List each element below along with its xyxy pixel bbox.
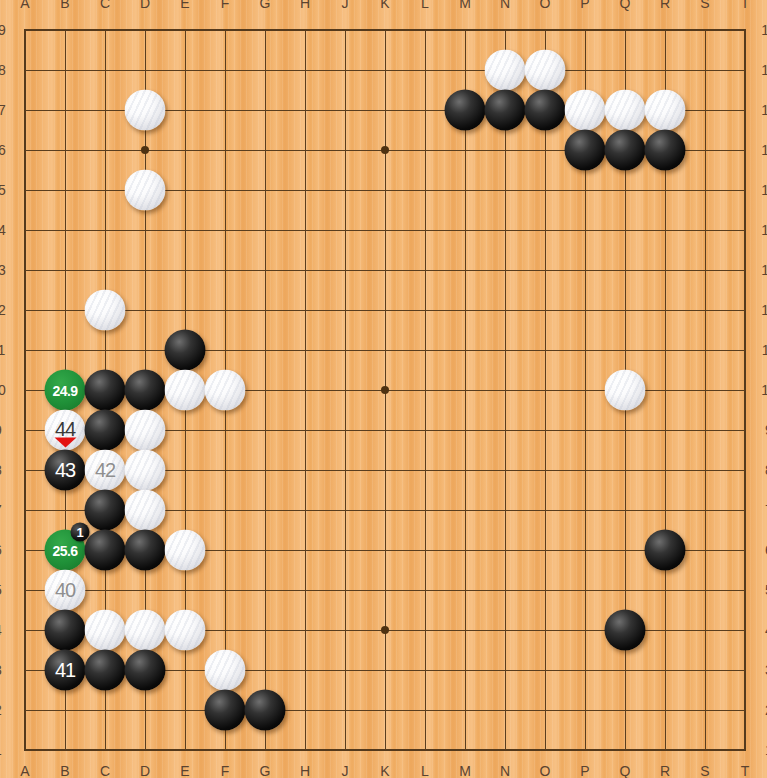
- coord-label-top: F: [221, 0, 230, 11]
- coord-label-right: 10: [761, 382, 767, 398]
- black-stone-c7[interactable]: [85, 490, 126, 531]
- coord-label-right: 18: [761, 62, 767, 78]
- coord-label-top: R: [660, 0, 670, 11]
- white-stone-b9[interactable]: 44: [45, 410, 86, 451]
- coord-label-bottom: C: [100, 763, 110, 778]
- coord-label-bottom: D: [140, 763, 150, 778]
- grid-line-vertical: [465, 30, 466, 750]
- white-stone-r17[interactable]: [645, 90, 686, 131]
- white-stone-d8[interactable]: [125, 450, 166, 491]
- coord-label-left: 12: [0, 302, 6, 318]
- coord-label-left: 16: [0, 142, 6, 158]
- stone-label: 43: [45, 450, 86, 491]
- white-stone-n18[interactable]: [485, 50, 526, 91]
- coord-label-right: 13: [761, 262, 767, 278]
- coord-label-left: 10: [0, 382, 6, 398]
- coord-label-top: S: [700, 0, 709, 11]
- coord-label-left: 2: [0, 702, 2, 718]
- red-triangle-marker-icon: [54, 438, 76, 448]
- go-board-screen: AABBCCDDEEFFGGHHJJKKLLMMNNOOPPQQRRSSTT19…: [0, 0, 767, 778]
- coord-label-left: 9: [0, 422, 2, 438]
- coord-label-left: 13: [0, 262, 6, 278]
- white-stone-b5[interactable]: 40: [45, 570, 86, 611]
- black-stone-b4[interactable]: [45, 610, 86, 651]
- black-stone-n17[interactable]: [485, 90, 526, 131]
- coord-label-top: O: [540, 0, 551, 11]
- coord-label-left: 19: [0, 22, 6, 38]
- white-stone-d9[interactable]: [125, 410, 166, 451]
- coord-label-top: Q: [620, 0, 631, 11]
- stone-label: 41: [45, 650, 86, 691]
- grid-line-vertical: [705, 30, 706, 750]
- coord-label-left: 6: [0, 542, 2, 558]
- coord-label-left: 11: [0, 342, 5, 358]
- coord-label-top: D: [140, 0, 150, 11]
- coord-label-left: 17: [0, 102, 6, 118]
- coord-label-left: 3: [0, 662, 2, 678]
- hoshi-point: [141, 146, 149, 154]
- hoshi-point: [381, 626, 389, 634]
- white-stone-c4[interactable]: [85, 610, 126, 651]
- black-stone-r6[interactable]: [645, 530, 686, 571]
- coord-label-top: L: [421, 0, 429, 11]
- hoshi-point: [381, 146, 389, 154]
- coord-label-bottom: T: [741, 763, 750, 778]
- coord-label-bottom: G: [260, 763, 271, 778]
- coord-label-left: 18: [0, 62, 6, 78]
- black-stone-b8[interactable]: 43: [45, 450, 86, 491]
- black-stone-f2[interactable]: [205, 690, 246, 731]
- grid-line-horizontal: [25, 710, 745, 711]
- coord-label-top: N: [500, 0, 510, 11]
- black-stone-e11[interactable]: [165, 330, 206, 371]
- white-stone-e4[interactable]: [165, 610, 206, 651]
- grid-line-vertical: [505, 30, 506, 750]
- coord-label-bottom: M: [459, 763, 471, 778]
- black-stone-c9[interactable]: [85, 410, 126, 451]
- white-stone-o18[interactable]: [525, 50, 566, 91]
- coord-label-top: C: [100, 0, 110, 11]
- coord-label-bottom: E: [180, 763, 189, 778]
- coord-label-bottom: H: [300, 763, 310, 778]
- coord-label-right: 12: [761, 302, 767, 318]
- white-stone-e6[interactable]: [165, 530, 206, 571]
- coord-label-bottom: L: [421, 763, 429, 778]
- coord-label-bottom: R: [660, 763, 670, 778]
- hoshi-point: [381, 386, 389, 394]
- coord-label-bottom: B: [60, 763, 69, 778]
- coord-label-right: 14: [761, 222, 767, 238]
- coord-label-top: M: [459, 0, 471, 11]
- coord-label-top: B: [60, 0, 69, 11]
- coord-label-left: 5: [0, 582, 2, 598]
- white-stone-f3[interactable]: [205, 650, 246, 691]
- black-stone-m17[interactable]: [445, 90, 486, 131]
- stone-label: 24.9: [45, 371, 86, 412]
- grid-line-vertical: [425, 30, 426, 750]
- black-stone-c3[interactable]: [85, 650, 126, 691]
- coord-label-right: 19: [761, 22, 767, 38]
- coord-label-top: K: [380, 0, 389, 11]
- white-stone-d17[interactable]: [125, 90, 166, 131]
- coord-label-right: 15: [761, 182, 767, 198]
- coord-label-left: 7: [0, 502, 2, 518]
- coord-label-top: J: [342, 0, 349, 11]
- grid-line-horizontal: [25, 590, 745, 591]
- white-stone-f10[interactable]: [205, 370, 246, 411]
- black-stone-d6[interactable]: [125, 530, 166, 571]
- grid-line-vertical: [545, 30, 546, 750]
- black-stone-c10[interactable]: [85, 370, 126, 411]
- coord-label-bottom: A: [20, 763, 29, 778]
- coord-label-left: 4: [0, 622, 2, 638]
- white-stone-q10[interactable]: [605, 370, 646, 411]
- black-stone-q4[interactable]: [605, 610, 646, 651]
- white-stone-d7[interactable]: [125, 490, 166, 531]
- black-stone-o17[interactable]: [525, 90, 566, 131]
- coord-label-right: 16: [761, 142, 767, 158]
- coord-label-top: P: [580, 0, 589, 11]
- black-stone-b3[interactable]: 41: [45, 650, 86, 691]
- white-stone-d4[interactable]: [125, 610, 166, 651]
- coord-label-right: 11: [762, 342, 767, 358]
- analysis-stone-b6[interactable]: 25.61: [45, 530, 86, 571]
- coord-label-top: T: [741, 0, 750, 11]
- coord-label-bottom: J: [342, 763, 349, 778]
- stone-label: 42: [85, 450, 126, 491]
- white-stone-c12[interactable]: [85, 290, 126, 331]
- coord-label-bottom: O: [540, 763, 551, 778]
- coord-label-top: A: [20, 0, 29, 11]
- coord-label-top: H: [300, 0, 310, 11]
- coord-label-right: 17: [761, 102, 767, 118]
- stone-label: 40: [45, 570, 86, 611]
- coord-label-bottom: N: [500, 763, 510, 778]
- coord-label-top: G: [260, 0, 271, 11]
- coord-label-left: 15: [0, 182, 6, 198]
- coord-label-left: 1: [0, 742, 2, 758]
- black-stone-r16[interactable]: [645, 130, 686, 171]
- black-stone-d3[interactable]: [125, 650, 166, 691]
- black-stone-g2[interactable]: [245, 690, 286, 731]
- coord-label-left: 14: [0, 222, 6, 238]
- white-stone-c8[interactable]: 42: [85, 450, 126, 491]
- black-stone-q16[interactable]: [605, 130, 646, 171]
- white-stone-p17[interactable]: [565, 90, 606, 131]
- black-stone-d10[interactable]: [125, 370, 166, 411]
- analysis-stone-b10[interactable]: 24.9: [45, 370, 86, 411]
- black-stone-c6[interactable]: [85, 530, 126, 571]
- black-stone-p16[interactable]: [565, 130, 606, 171]
- coord-label-bottom: Q: [620, 763, 631, 778]
- white-stone-q17[interactable]: [605, 90, 646, 131]
- coord-label-bottom: F: [221, 763, 230, 778]
- coord-label-left: 8: [0, 462, 2, 478]
- coord-label-bottom: S: [700, 763, 709, 778]
- coord-label-top: E: [180, 0, 189, 11]
- white-stone-e10[interactable]: [165, 370, 206, 411]
- white-stone-d15[interactable]: [125, 170, 166, 211]
- coord-label-bottom: P: [580, 763, 589, 778]
- coord-label-bottom: K: [380, 763, 389, 778]
